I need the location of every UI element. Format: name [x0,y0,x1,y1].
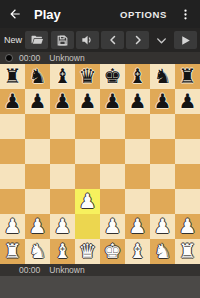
piece-white-pawn: ♟ [29,214,47,239]
square-e1[interactable]: ♚ [100,239,125,264]
move-back-button[interactable] [101,31,124,49]
play-icon [179,34,192,47]
square-e8[interactable]: ♚ [100,64,125,89]
speaker-icon [80,33,94,47]
piece-white-pawn: ♟ [104,214,122,239]
piece-black-king: ♚ [104,64,122,89]
options-button[interactable]: OPTIONS [118,5,169,24]
white-player-row: 00:00 Unknown [0,264,200,276]
square-h1[interactable]: ♜ [175,239,200,264]
square-a7[interactable]: ♟ [0,89,25,114]
back-arrow-icon[interactable] [8,7,22,21]
square-a4[interactable] [0,164,25,189]
square-c7[interactable]: ♟ [50,89,75,114]
square-g4[interactable] [150,164,175,189]
white-player-name: Unknown [49,265,84,275]
open-folder-icon [30,34,44,46]
square-h5[interactable] [175,139,200,164]
square-f8[interactable]: ♝ [125,64,150,89]
square-h2[interactable]: ♟ [175,214,200,239]
square-b8[interactable]: ♞ [25,64,50,89]
square-d2[interactable] [75,214,100,239]
square-h6[interactable] [175,114,200,139]
piece-white-knight: ♞ [29,239,47,264]
piece-white-pawn: ♟ [154,214,172,239]
piece-black-pawn: ♟ [154,89,172,114]
piece-black-pawn: ♟ [104,89,122,114]
square-c1[interactable]: ♝ [50,239,75,264]
black-clock: 00:00 [19,53,40,63]
square-c3[interactable] [50,189,75,214]
square-d1[interactable]: ♛ [75,239,100,264]
piece-black-pawn: ♟ [29,89,47,114]
white-clock: 00:00 [19,265,40,275]
expand-button[interactable] [152,31,172,49]
square-a5[interactable] [0,139,25,164]
piece-white-bishop: ♝ [54,239,72,264]
square-g5[interactable] [150,139,175,164]
new-game-label: New [4,35,22,45]
square-h7[interactable]: ♟ [175,89,200,114]
open-game-button[interactable] [25,31,48,49]
piece-black-pawn: ♟ [129,89,147,114]
square-g7[interactable]: ♟ [150,89,175,114]
square-b7[interactable]: ♟ [25,89,50,114]
app-bar: Play OPTIONS [0,0,200,28]
page-title: Play [34,7,61,22]
piece-white-pawn: ♟ [54,214,72,239]
piece-white-pawn: ♟ [4,214,22,239]
square-e3[interactable] [100,189,125,214]
square-c2[interactable]: ♟ [50,214,75,239]
square-a3[interactable] [0,189,25,214]
square-e6[interactable] [100,114,125,139]
chess-board: ♜♞♝♛♚♝♞♜♟♟♟♟♟♟♟♟♟♟♟♟♟♟♟♟♜♞♝♛♚♝♞♜ [0,64,200,264]
square-b4[interactable] [25,164,50,189]
save-game-button[interactable] [51,31,74,49]
piece-black-pawn: ♟ [79,89,97,114]
piece-black-knight: ♞ [154,64,172,89]
piece-white-rook: ♜ [179,239,197,264]
square-h4[interactable] [175,164,200,189]
black-player-row: 00:00 Unknown [0,52,200,64]
square-g3[interactable] [150,189,175,214]
piece-black-knight: ♞ [29,64,47,89]
kebab-menu-icon[interactable] [179,8,192,21]
square-g6[interactable] [150,114,175,139]
piece-white-pawn: ♟ [129,214,147,239]
square-g1[interactable]: ♞ [150,239,175,264]
square-a1[interactable]: ♜ [0,239,25,264]
square-d7[interactable]: ♟ [75,89,100,114]
square-e2[interactable]: ♟ [100,214,125,239]
piece-black-rook: ♜ [179,64,197,89]
toolbar: New [0,28,200,52]
square-d8[interactable]: ♛ [75,64,100,89]
chevron-left-icon [107,34,119,46]
square-f6[interactable] [125,114,150,139]
black-side-indicator [5,54,13,62]
chevron-right-icon [132,34,144,46]
piece-white-knight: ♞ [154,239,172,264]
piece-white-rook: ♜ [4,239,22,264]
piece-black-pawn: ♟ [54,89,72,114]
square-b2[interactable]: ♟ [25,214,50,239]
square-e5[interactable] [100,139,125,164]
move-forward-button[interactable] [126,31,149,49]
square-g8[interactable]: ♞ [150,64,175,89]
square-f5[interactable] [125,139,150,164]
square-d6[interactable] [75,114,100,139]
chess-app-window: Play OPTIONS New [0,0,200,298]
piece-black-pawn: ♟ [4,89,22,114]
square-f7[interactable]: ♟ [125,89,150,114]
piece-white-pawn: ♟ [79,189,97,214]
piece-black-bishop: ♝ [54,64,72,89]
piece-black-rook: ♜ [4,64,22,89]
new-game-button[interactable]: New [3,31,23,49]
square-f1[interactable]: ♝ [125,239,150,264]
square-a8[interactable]: ♜ [0,64,25,89]
square-b3[interactable] [25,189,50,214]
square-f3[interactable] [125,189,150,214]
black-player-name: Unknown [49,53,84,63]
footer-area [0,276,200,298]
square-d3[interactable]: ♟ [75,189,100,214]
piece-white-bishop: ♝ [129,239,147,264]
square-c5[interactable] [50,139,75,164]
square-c6[interactable] [50,114,75,139]
square-f2[interactable]: ♟ [125,214,150,239]
square-h3[interactable] [175,189,200,214]
square-e4[interactable] [100,164,125,189]
square-c8[interactable]: ♝ [50,64,75,89]
piece-black-queen: ♛ [79,64,97,89]
square-c4[interactable] [50,164,75,189]
square-b5[interactable] [25,139,50,164]
square-b6[interactable] [25,114,50,139]
sound-button[interactable] [76,31,99,49]
piece-white-queen: ♛ [79,239,97,264]
square-b1[interactable]: ♞ [25,239,50,264]
square-d4[interactable] [75,164,100,189]
square-h8[interactable]: ♜ [175,64,200,89]
square-a2[interactable]: ♟ [0,214,25,239]
piece-black-pawn: ♟ [179,89,197,114]
piece-white-king: ♚ [104,239,122,264]
piece-black-bishop: ♝ [129,64,147,89]
play-button[interactable] [174,31,197,49]
chevron-down-icon [155,34,168,47]
save-icon [56,34,69,47]
square-e7[interactable]: ♟ [100,89,125,114]
square-a6[interactable] [0,114,25,139]
square-d5[interactable] [75,139,100,164]
square-g2[interactable]: ♟ [150,214,175,239]
piece-white-pawn: ♟ [179,214,197,239]
square-f4[interactable] [125,164,150,189]
